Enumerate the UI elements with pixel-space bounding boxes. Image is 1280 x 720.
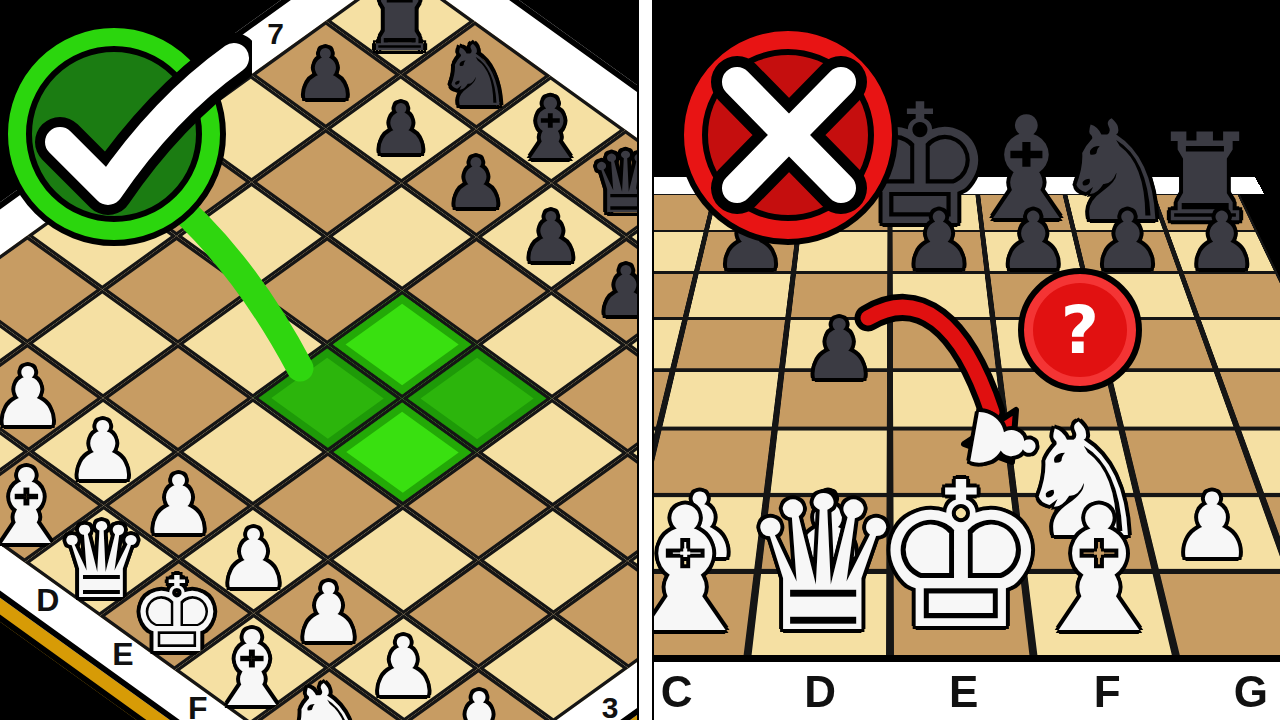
- file-letter-E: E: [949, 667, 978, 717]
- white-pawn: ♟: [142, 465, 215, 546]
- black-rook: ♜: [363, 0, 438, 63]
- file-letters-strip: CDEFG: [650, 655, 1280, 720]
- panel-correct: ♜♞♝♛♚♝♞♜♟♟♟♟♟♟♟♟♟♟♟♟♟♟♟♟♜♞♝♛♚♝♞♜ ABCDEFG…: [0, 0, 637, 720]
- square-e4: [890, 370, 1006, 428]
- square-d3: [766, 429, 890, 495]
- panel-incorrect: ♚♝♞♜♟♟♟♟♟♟ ♟♞♟♟♟♝♛♚♝ ? CDEFG: [650, 0, 1280, 720]
- white-pawn: ♟: [217, 519, 290, 600]
- black-queen: ♛: [588, 141, 637, 225]
- square-d4: [774, 370, 890, 428]
- black-pawn: ♟: [596, 257, 637, 325]
- black-pawn: ♟: [370, 95, 431, 163]
- white-pawn: ♟: [367, 627, 440, 708]
- square-e5: [890, 318, 999, 370]
- black-knight: ♞: [438, 33, 513, 117]
- square-g1: [1156, 571, 1280, 660]
- question-badge: ?: [1018, 268, 1142, 392]
- file-letter-G: G: [1234, 667, 1268, 717]
- black-pawn: ♟: [445, 149, 506, 217]
- square-f7: [982, 231, 1084, 272]
- square-h8: [1152, 194, 1257, 231]
- square-c3: [650, 429, 774, 495]
- square-g7: [1074, 231, 1181, 272]
- coordinate-label: 7: [253, 20, 297, 50]
- square-d6: [788, 272, 890, 318]
- cross-badge-icon: [675, 18, 907, 250]
- coordinate-label: D: [26, 583, 70, 615]
- white-pawn: ♟: [0, 357, 64, 438]
- white-knight: ♞: [280, 671, 373, 720]
- square-g8: [1065, 194, 1166, 231]
- coordinate-label: 3: [588, 693, 632, 720]
- check-badge-icon: [2, 12, 252, 257]
- black-pawn: ♟: [295, 41, 356, 109]
- coordinate-label: F: [176, 692, 220, 720]
- square-f2: [1014, 495, 1156, 571]
- square-h6: [1180, 272, 1280, 318]
- white-pawn: ♟: [292, 573, 365, 654]
- thumbnail-stage: ♜♞♝♛♚♝♞♜♟♟♟♟♟♟♟♟♟♟♟♟♟♟♟♟♜♞♝♛♚♝♞♜ ABCDEFG…: [0, 0, 1280, 720]
- square-c4: [659, 370, 782, 428]
- white-pawn: ♟: [67, 411, 140, 492]
- square-c2: [650, 495, 766, 571]
- board-right: [650, 194, 1280, 660]
- square-h7: [1166, 231, 1278, 272]
- square-e3: [890, 429, 1014, 495]
- square-f3: [1006, 429, 1138, 495]
- square-f8: [977, 194, 1073, 231]
- question-mark: ?: [1061, 292, 1099, 369]
- square-g4: [1107, 370, 1237, 428]
- square-c1: [650, 571, 757, 660]
- black-bishop: ♝: [513, 87, 588, 171]
- square-c6: [685, 272, 793, 318]
- square-d5: [781, 318, 890, 370]
- square-e6: [890, 272, 992, 318]
- square-d1: [747, 571, 891, 660]
- file-letter-D: D: [804, 667, 836, 717]
- square-d2: [757, 495, 890, 571]
- black-pawn: ♟: [520, 203, 581, 271]
- panel-divider: [637, 0, 654, 720]
- file-letter-F: F: [1094, 667, 1121, 717]
- coordinate-label: E: [101, 638, 145, 670]
- square-f1: [1023, 571, 1177, 660]
- square-e1: [890, 571, 1034, 660]
- square-e2: [890, 495, 1023, 571]
- white-pawn: ♟: [443, 681, 516, 720]
- square-c5: [673, 318, 788, 370]
- square-g2: [1137, 495, 1280, 571]
- file-letter-C: C: [661, 667, 693, 717]
